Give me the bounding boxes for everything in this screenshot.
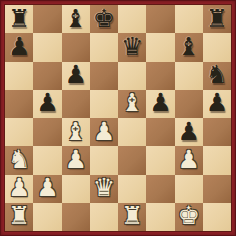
square-f1[interactable] bbox=[146, 203, 174, 231]
square-g8[interactable] bbox=[175, 5, 203, 33]
white-rook-a1: ♜ bbox=[8, 203, 30, 228]
square-d2[interactable]: ♛ bbox=[90, 175, 118, 203]
white-knight-a3: ♞ bbox=[8, 147, 30, 172]
square-h4[interactable] bbox=[203, 118, 231, 146]
black-bishop-g7: ♝ bbox=[177, 34, 199, 59]
square-g6[interactable] bbox=[175, 62, 203, 90]
square-e1[interactable]: ♜ bbox=[118, 203, 146, 231]
white-pawn-b2: ♟ bbox=[36, 175, 58, 200]
square-a4[interactable] bbox=[5, 118, 33, 146]
board-frame: ♜♝♚♜♟♛♝♟♞♟♝♟♟♝♟♟♞♟♟♟♟♛♜♜♚ bbox=[0, 0, 236, 236]
square-a6[interactable] bbox=[5, 62, 33, 90]
black-rook-h8: ♜ bbox=[206, 6, 228, 31]
square-d1[interactable] bbox=[90, 203, 118, 231]
square-g1[interactable]: ♚ bbox=[175, 203, 203, 231]
black-knight-h6: ♞ bbox=[206, 62, 228, 87]
square-f5[interactable]: ♟ bbox=[146, 90, 174, 118]
square-b1[interactable] bbox=[33, 203, 61, 231]
black-bishop-c8: ♝ bbox=[64, 6, 86, 31]
square-d3[interactable] bbox=[90, 146, 118, 174]
square-h5[interactable]: ♟ bbox=[203, 90, 231, 118]
square-a5[interactable] bbox=[5, 90, 33, 118]
square-c8[interactable]: ♝ bbox=[62, 5, 90, 33]
square-g2[interactable] bbox=[175, 175, 203, 203]
square-c5[interactable] bbox=[62, 90, 90, 118]
white-pawn-d4: ♟ bbox=[93, 119, 115, 144]
black-pawn-f5: ♟ bbox=[149, 90, 171, 115]
square-b2[interactable]: ♟ bbox=[33, 175, 61, 203]
square-b4[interactable] bbox=[33, 118, 61, 146]
square-c7[interactable] bbox=[62, 33, 90, 61]
square-e4[interactable] bbox=[118, 118, 146, 146]
black-pawn-c6: ♟ bbox=[64, 62, 86, 87]
square-h2[interactable] bbox=[203, 175, 231, 203]
square-g7[interactable]: ♝ bbox=[175, 33, 203, 61]
black-queen-e7: ♛ bbox=[121, 34, 143, 59]
square-d4[interactable]: ♟ bbox=[90, 118, 118, 146]
square-f6[interactable] bbox=[146, 62, 174, 90]
square-h1[interactable] bbox=[203, 203, 231, 231]
black-pawn-a7: ♟ bbox=[8, 34, 30, 59]
square-h3[interactable] bbox=[203, 146, 231, 174]
square-e8[interactable] bbox=[118, 5, 146, 33]
square-b3[interactable] bbox=[33, 146, 61, 174]
black-pawn-h5: ♟ bbox=[206, 90, 228, 115]
square-g3[interactable]: ♟ bbox=[175, 146, 203, 174]
chess-board: ♜♝♚♜♟♛♝♟♞♟♝♟♟♝♟♟♞♟♟♟♟♛♜♜♚ bbox=[5, 5, 231, 231]
black-pawn-b5: ♟ bbox=[36, 90, 58, 115]
square-c3[interactable]: ♟ bbox=[62, 146, 90, 174]
square-a7[interactable]: ♟ bbox=[5, 33, 33, 61]
square-b8[interactable] bbox=[33, 5, 61, 33]
square-f8[interactable] bbox=[146, 5, 174, 33]
square-e7[interactable]: ♛ bbox=[118, 33, 146, 61]
square-g4[interactable]: ♟ bbox=[175, 118, 203, 146]
square-f2[interactable] bbox=[146, 175, 174, 203]
square-d6[interactable] bbox=[90, 62, 118, 90]
square-f7[interactable] bbox=[146, 33, 174, 61]
square-h8[interactable]: ♜ bbox=[203, 5, 231, 33]
square-f4[interactable] bbox=[146, 118, 174, 146]
square-g5[interactable] bbox=[175, 90, 203, 118]
white-queen-d2: ♛ bbox=[93, 175, 115, 200]
white-king-g1: ♚ bbox=[177, 203, 199, 228]
square-b5[interactable]: ♟ bbox=[33, 90, 61, 118]
square-c1[interactable] bbox=[62, 203, 90, 231]
square-c4[interactable]: ♝ bbox=[62, 118, 90, 146]
square-h7[interactable] bbox=[203, 33, 231, 61]
square-a1[interactable]: ♜ bbox=[5, 203, 33, 231]
square-d5[interactable] bbox=[90, 90, 118, 118]
black-rook-a8: ♜ bbox=[8, 6, 30, 31]
square-d7[interactable] bbox=[90, 33, 118, 61]
square-c6[interactable]: ♟ bbox=[62, 62, 90, 90]
black-pawn-g4: ♟ bbox=[177, 119, 199, 144]
square-a3[interactable]: ♞ bbox=[5, 146, 33, 174]
square-b6[interactable] bbox=[33, 62, 61, 90]
white-rook-e1: ♜ bbox=[121, 203, 143, 228]
square-b7[interactable] bbox=[33, 33, 61, 61]
white-pawn-a2: ♟ bbox=[8, 175, 30, 200]
square-a8[interactable]: ♜ bbox=[5, 5, 33, 33]
square-e2[interactable] bbox=[118, 175, 146, 203]
square-h6[interactable]: ♞ bbox=[203, 62, 231, 90]
white-bishop-e5: ♝ bbox=[121, 90, 143, 115]
white-pawn-c3: ♟ bbox=[64, 147, 86, 172]
square-e6[interactable] bbox=[118, 62, 146, 90]
square-a2[interactable]: ♟ bbox=[5, 175, 33, 203]
square-e3[interactable] bbox=[118, 146, 146, 174]
white-pawn-g3: ♟ bbox=[177, 147, 199, 172]
square-f3[interactable] bbox=[146, 146, 174, 174]
square-d8[interactable]: ♚ bbox=[90, 5, 118, 33]
black-king-d8: ♚ bbox=[93, 6, 115, 31]
square-e5[interactable]: ♝ bbox=[118, 90, 146, 118]
square-c2[interactable] bbox=[62, 175, 90, 203]
white-bishop-c4: ♝ bbox=[64, 119, 86, 144]
